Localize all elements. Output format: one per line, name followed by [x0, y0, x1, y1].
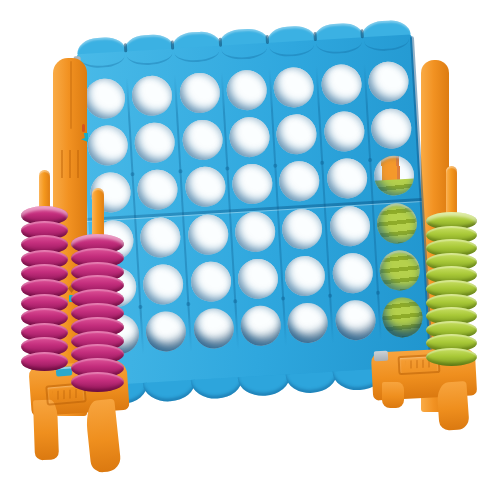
pink-disc [21, 352, 68, 371]
top-scallop [124, 33, 174, 51]
hole-r2c1 [86, 124, 128, 166]
green-disc [426, 348, 477, 366]
hole-r2c5 [276, 113, 318, 155]
hole-r6c7 [382, 297, 424, 339]
left-rear-pink-stack [21, 170, 68, 390]
hole-r5c6 [331, 252, 373, 294]
hole-r6c4 [240, 305, 282, 347]
hole-r4c2 [139, 216, 181, 258]
hole-r1c1 [84, 77, 126, 119]
hole-r5c4 [237, 258, 279, 300]
right-foot-back-leg [382, 382, 404, 408]
bottom-scallop [285, 371, 338, 394]
rail-ridge-arc [127, 52, 173, 67]
orange-drip-mark [82, 124, 85, 132]
rail-ridge-arc [222, 46, 268, 61]
rail-ridge-arc [364, 38, 410, 53]
rail-ridge-arc [316, 40, 362, 55]
hole-r1c6 [320, 63, 362, 105]
giant-connect-four-photo [0, 0, 500, 500]
bottom-scallop [143, 380, 196, 403]
left-foot-back-leg [33, 400, 59, 461]
hole-r6c6 [334, 299, 376, 341]
post-mold-seam [70, 61, 72, 129]
bottom-scallop [191, 377, 244, 400]
drop-slot-seam [360, 29, 364, 38]
hole-r6c2 [145, 311, 187, 353]
hole-r6c5 [287, 302, 329, 344]
hole-r2c2 [134, 122, 176, 164]
top-scallop [218, 28, 268, 46]
rail-ridge-arc [80, 54, 126, 69]
hole-r4c3 [187, 213, 229, 255]
gray-latch-clip [374, 351, 389, 362]
storage-peg [92, 188, 104, 240]
hole-r6c3 [192, 308, 234, 350]
top-scallop [171, 31, 221, 49]
drop-slot-seam [218, 38, 222, 47]
hole-r5c7 [379, 249, 421, 291]
hole-r5c3 [189, 261, 231, 303]
left-front-pink-stack [71, 188, 124, 413]
pink-disc [71, 372, 124, 392]
drop-slot-seam [313, 32, 317, 41]
storage-peg [446, 166, 457, 216]
hole-r5c2 [142, 263, 184, 305]
hole-r5c5 [284, 255, 326, 297]
top-scallop [266, 25, 316, 43]
top-scallop [313, 22, 363, 40]
right-foot-front-leg [436, 381, 469, 431]
teal-mark-icon [81, 133, 88, 142]
hole-r1c3 [178, 72, 220, 114]
drop-slot-seam [124, 43, 128, 52]
hole-r3c2 [136, 169, 178, 211]
right-front-green-stack [426, 166, 477, 386]
connect-four-board [76, 32, 432, 391]
hole-r1c5 [273, 66, 315, 108]
rail-ridge-arc [174, 49, 220, 64]
top-scallop [76, 36, 126, 54]
hole-r2c4 [228, 116, 270, 158]
hole-r4c5 [281, 208, 323, 250]
bottom-scallop [238, 374, 291, 397]
hole-r1c4 [226, 69, 268, 111]
top-scallop [360, 19, 410, 37]
hole-r4c6 [329, 205, 371, 247]
hole-r4c7 [376, 202, 418, 244]
hole-r3c5 [279, 160, 321, 202]
hole-r3c3 [184, 166, 226, 208]
hole-r1c2 [131, 74, 173, 116]
hole-r2c7 [370, 108, 412, 150]
hole-r2c6 [323, 110, 365, 152]
hole-r3c6 [326, 158, 368, 200]
hole-r4c4 [234, 210, 276, 252]
hole-r1c7 [368, 60, 410, 102]
hole-r3c4 [231, 163, 273, 205]
hole-r2c3 [181, 119, 223, 161]
rail-ridge-arc [269, 43, 315, 58]
hole-r3c7 [373, 155, 415, 197]
